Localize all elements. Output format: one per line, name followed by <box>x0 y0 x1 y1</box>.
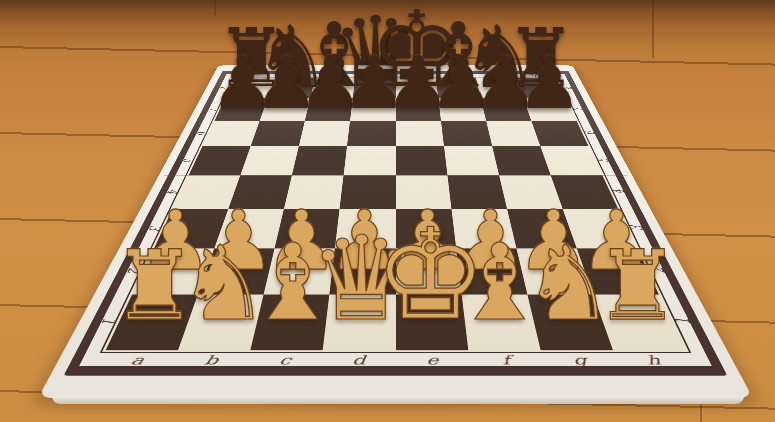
wood-floor: abcdefgh abcdefgh 87654321 87654321 ♜♞♝♛… <box>0 0 775 422</box>
rank-label-right-6: 6 <box>581 132 598 135</box>
rank-label-left-6: 6 <box>193 132 210 135</box>
square-d5[interactable] <box>344 146 396 175</box>
black-pawn-h7[interactable]: ♟ <box>517 46 582 119</box>
rank-label-right-5: 5 <box>594 159 612 163</box>
file-label-bottom-b: b <box>203 353 221 367</box>
board-front-edge <box>52 396 744 404</box>
file-label-bottom-h: h <box>644 353 663 367</box>
white-rook-h1[interactable]: ♜ <box>594 238 680 334</box>
file-label-bottom-g: g <box>571 353 589 367</box>
file-label-bottom-c: c <box>278 353 292 367</box>
square-b5[interactable] <box>240 146 299 175</box>
file-labels-bottom: abcdefgh <box>97 351 694 368</box>
rank-label-left-5: 5 <box>179 159 197 163</box>
file-label-bottom-f: f <box>501 353 511 367</box>
square-e5[interactable] <box>396 146 448 175</box>
square-c5[interactable] <box>292 146 347 175</box>
board-fold-line <box>164 175 627 176</box>
floor-seam <box>652 0 654 58</box>
file-label-bottom-a: a <box>129 353 147 367</box>
file-label-bottom-d: d <box>352 353 366 367</box>
file-label-bottom-e: e <box>426 353 439 367</box>
square-f5[interactable] <box>444 146 499 175</box>
